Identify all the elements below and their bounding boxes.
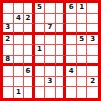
cell-r8c8-empty[interactable] (77, 77, 88, 88)
cell-r3c2-empty[interactable] (14, 24, 25, 35)
cell-r1c3-empty[interactable] (24, 3, 35, 14)
cell-r8c7-empty[interactable] (66, 77, 77, 88)
cell-r4c9-given[interactable]: 3 (87, 35, 98, 46)
cell-r9c6-empty[interactable] (56, 87, 67, 98)
cell-r3c7-empty[interactable] (66, 24, 77, 35)
cell-r3c4-empty[interactable] (35, 24, 46, 35)
cell-r8c2-empty[interactable] (14, 77, 25, 88)
cell-r3c6-empty[interactable] (56, 24, 67, 35)
cell-r5c5-empty[interactable] (45, 45, 56, 56)
cell-r7c4-empty[interactable] (35, 66, 46, 77)
cell-r9c1-empty[interactable] (3, 87, 14, 98)
cell-r7c5-empty[interactable] (45, 66, 56, 77)
cell-r3c9-empty[interactable] (87, 24, 98, 35)
cell-r5c3-empty[interactable] (24, 45, 35, 56)
cell-r9c9-empty[interactable] (87, 87, 98, 98)
cell-r7c6-empty[interactable] (56, 66, 67, 77)
cell-r9c5-empty[interactable] (45, 87, 56, 98)
cell-r5c4-given[interactable]: 1 (35, 45, 46, 56)
cell-r3c5-given[interactable]: 7 (45, 24, 56, 35)
cell-r9c8-empty[interactable] (77, 87, 88, 98)
cell-r2c6-empty[interactable] (56, 14, 67, 25)
cell-r4c8-given[interactable]: 5 (77, 35, 88, 46)
cell-r6c9-empty[interactable] (87, 56, 98, 67)
cell-r4c7-empty[interactable] (66, 35, 77, 46)
cell-r2c3-given[interactable]: 2 (24, 14, 35, 25)
cell-r5c8-empty[interactable] (77, 45, 88, 56)
cell-r6c1-given[interactable]: 8 (3, 56, 14, 67)
cell-r2c7-empty[interactable] (66, 14, 77, 25)
cell-r3c1-given[interactable]: 3 (3, 24, 14, 35)
cell-r8c5-given[interactable]: 3 (45, 77, 56, 88)
cell-r6c8-empty[interactable] (77, 56, 88, 67)
cell-r1c8-given[interactable]: 1 (77, 3, 88, 14)
cell-r2c2-given[interactable]: 4 (14, 14, 25, 25)
cell-r9c7-empty[interactable] (66, 87, 77, 98)
cell-r7c9-empty[interactable] (87, 66, 98, 77)
cell-r6c5-empty[interactable] (45, 56, 56, 67)
cell-r4c3-empty[interactable] (24, 35, 35, 46)
cell-r7c2-empty[interactable] (14, 66, 25, 77)
cell-r7c7-given[interactable]: 4 (66, 66, 77, 77)
cell-r5c6-empty[interactable] (56, 45, 67, 56)
cell-r6c6-empty[interactable] (56, 56, 67, 67)
cell-r4c2-empty[interactable] (14, 35, 25, 46)
cell-r9c4-empty[interactable] (35, 87, 46, 98)
cell-r8c1-empty[interactable] (3, 77, 14, 88)
cell-r1c1-empty[interactable] (3, 3, 14, 14)
cell-r1c4-given[interactable]: 5 (35, 3, 46, 14)
cell-r4c5-empty[interactable] (45, 35, 56, 46)
cell-r2c8-empty[interactable] (77, 14, 88, 25)
cell-r9c2-given[interactable]: 1 (14, 87, 25, 98)
cell-r7c3-given[interactable]: 6 (24, 66, 35, 77)
cell-r5c9-empty[interactable] (87, 45, 98, 56)
cell-r3c3-empty[interactable] (24, 24, 35, 35)
cell-r6c7-empty[interactable] (66, 56, 77, 67)
cell-r1c5-empty[interactable] (45, 3, 56, 14)
cell-r4c1-given[interactable]: 2 (3, 35, 14, 46)
cell-r1c7-given[interactable]: 6 (66, 3, 77, 14)
cell-r2c4-empty[interactable] (35, 14, 46, 25)
cell-r8c4-empty[interactable] (35, 77, 46, 88)
cell-r6c2-empty[interactable] (14, 56, 25, 67)
cell-r8c6-empty[interactable] (56, 77, 67, 88)
cell-r8c9-given[interactable]: 2 (87, 77, 98, 88)
cell-r6c3-empty[interactable] (24, 56, 35, 67)
cell-r1c2-empty[interactable] (14, 3, 25, 14)
cell-r5c2-empty[interactable] (14, 45, 25, 56)
cell-r7c8-empty[interactable] (77, 66, 88, 77)
cell-r2c9-empty[interactable] (87, 14, 98, 25)
cell-r6c4-empty[interactable] (35, 56, 46, 67)
cell-r4c4-empty[interactable] (35, 35, 46, 46)
cell-r1c6-empty[interactable] (56, 3, 67, 14)
sudoku-board: 56142372531864321 (0, 0, 101, 101)
cell-r9c3-empty[interactable] (24, 87, 35, 98)
cell-r8c3-empty[interactable] (24, 77, 35, 88)
cell-r1c9-empty[interactable] (87, 3, 98, 14)
cell-r3c8-empty[interactable] (77, 24, 88, 35)
cell-r4c6-empty[interactable] (56, 35, 67, 46)
cell-r7c1-empty[interactable] (3, 66, 14, 77)
cell-r5c7-empty[interactable] (66, 45, 77, 56)
